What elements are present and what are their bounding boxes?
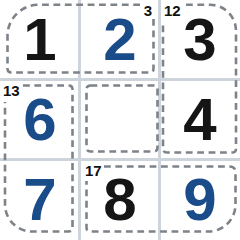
cage-sum-label-17: 17 (83, 163, 104, 179)
cage-sum-label-13: 13 (1, 83, 22, 99)
cage-sum-label-12: 12 (162, 3, 183, 19)
cell-r2c3[interactable]: 4 (160, 80, 240, 160)
cell-r1c1[interactable]: 1 (0, 0, 80, 80)
cell-r3c3[interactable]: 9 (160, 160, 240, 240)
cell-r3c1[interactable]: 7 (0, 160, 80, 240)
cell-r2c2[interactable] (80, 80, 160, 160)
cage-sum-label-3: 3 (142, 3, 154, 19)
cell-grid: 1 2 3 6 4 7 8 9 (0, 0, 240, 240)
killer-sudoku-board: 1 2 3 6 4 7 8 9 3 12 13 17 (0, 0, 240, 240)
